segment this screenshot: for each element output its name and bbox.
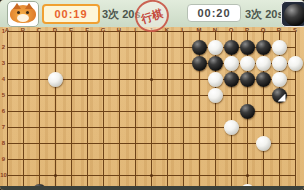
stone-white-R4: [272, 72, 287, 87]
fox-ear: [13, 3, 21, 9]
stone-black-P2: [240, 40, 255, 55]
stone-white-N2: [208, 40, 223, 55]
player1-timer: 00:19: [42, 4, 100, 24]
stone-white-N4: [208, 72, 223, 87]
stone-black-M3: [192, 56, 207, 71]
player2-avatar: [281, 1, 304, 27]
stone-black-O4: [224, 72, 239, 87]
stone-white-N5: [208, 88, 223, 103]
stone-black-Q4: [256, 72, 271, 87]
stone-black-N3: [208, 56, 223, 71]
stone-black-Q2: [256, 40, 271, 55]
stone-white-R2: [272, 40, 287, 55]
stone-white-R3: [272, 56, 287, 71]
bottom-bar: [0, 186, 304, 190]
stone-white-P3: [240, 56, 255, 71]
fox-eye: [17, 11, 20, 14]
stone-white-Q8: [256, 136, 271, 151]
stone-black-P4: [240, 72, 255, 87]
black-stone-avatar-image: [284, 4, 304, 26]
player1-avatar: [7, 1, 39, 27]
stone-black-O2: [224, 40, 239, 55]
star-point: [54, 174, 57, 177]
stone-white-Q3: [256, 56, 271, 71]
board-grid[interactable]: [0, 27, 303, 190]
go-board[interactable]: ABCDEFGHIJKLMNOPQRS 12345678910: [0, 27, 304, 190]
stone-white-O7: [224, 120, 239, 135]
fox-ear: [25, 3, 33, 9]
star-point: [246, 174, 249, 177]
player2-timer: 00:20: [187, 4, 241, 22]
stone-white-S3: [288, 56, 303, 71]
star-point: [150, 78, 153, 81]
stone-black-M2: [192, 40, 207, 55]
stone-white-D4: [48, 72, 63, 87]
stone-black-R5: [272, 88, 287, 103]
fox-muzzle: [17, 14, 29, 22]
player2-byoyomi-label: 3次 20s: [245, 7, 284, 22]
go-game-screen: 00:19 3次 20s 00:20 3次 20s 行棋 ABCDEFGHIJK…: [0, 0, 304, 190]
last-move-marker: [278, 94, 286, 102]
star-point: [150, 174, 153, 177]
stone-black-P6: [240, 104, 255, 119]
stone-white-O3: [224, 56, 239, 71]
fox-eye: [26, 11, 29, 14]
fox-avatar-image: [10, 5, 36, 23]
